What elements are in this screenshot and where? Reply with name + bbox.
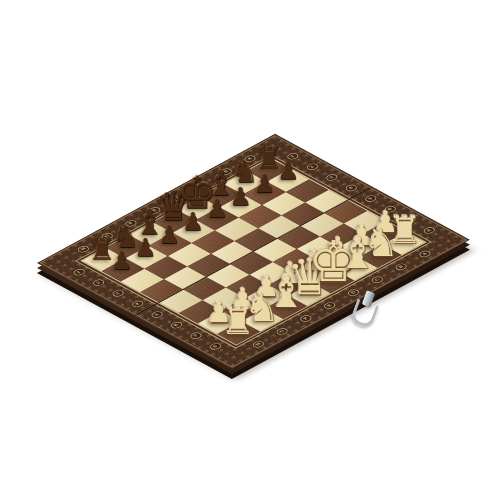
rank-label-left-6: 6 <box>169 321 184 329</box>
rank-label-right-2: 2 <box>304 163 319 171</box>
piece-dark-pawn[interactable]: ♟ <box>182 210 204 235</box>
rank-label-right-8: 8 <box>421 226 436 234</box>
clasp-hook <box>349 299 379 329</box>
rank-label-right-3: 3 <box>324 173 339 181</box>
rank-label-left-1: 1 <box>71 268 86 276</box>
rank-label-right-4: 4 <box>343 184 358 192</box>
rank-label-left-4: 4 <box>130 300 145 308</box>
rank-label-left-8: 8 <box>208 342 223 350</box>
piece-dark-pawn[interactable]: ♟ <box>110 249 132 274</box>
piece-dark-pawn[interactable]: ♟ <box>134 236 156 261</box>
piece-dark-pawn[interactable]: ♟ <box>206 197 228 222</box>
piece-dark-pawn[interactable]: ♟ <box>229 185 251 210</box>
rank-label-right-5: 5 <box>363 195 378 203</box>
rank-label-left-3: 3 <box>110 289 125 297</box>
piece-dark-pawn[interactable]: ♟ <box>158 223 180 248</box>
chess-set-product-photo: HH11GG22FF33EE44DD55CC66BB77AA88 ♜♞♝♛♚♝♞… <box>0 0 500 500</box>
piece-dark-pawn[interactable]: ♟ <box>253 172 275 197</box>
rank-label-left-2: 2 <box>91 279 106 287</box>
rank-label-left-7: 7 <box>188 332 203 340</box>
rank-label-left-5: 5 <box>149 311 164 319</box>
piece-light-rook[interactable]: ♜ <box>388 211 422 249</box>
piece-dark-pawn[interactable]: ♟ <box>277 159 299 184</box>
